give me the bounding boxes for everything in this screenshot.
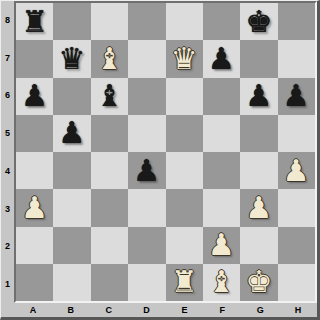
square-f5[interactable] xyxy=(203,115,240,152)
square-h6[interactable]: ♟ xyxy=(278,78,315,115)
file-label-h: H xyxy=(279,303,317,317)
square-d8[interactable] xyxy=(128,3,165,40)
square-e6[interactable] xyxy=(166,78,203,115)
square-b3[interactable] xyxy=(53,189,90,226)
square-a1[interactable] xyxy=(16,264,53,301)
square-a7[interactable] xyxy=(16,40,53,77)
piece-white-pawn[interactable]: ♟ xyxy=(21,193,48,223)
square-a8[interactable]: ♜ xyxy=(16,3,53,40)
square-b8[interactable] xyxy=(53,3,90,40)
square-e1[interactable]: ♜ xyxy=(166,264,203,301)
rank-label-6: 6 xyxy=(1,77,14,115)
square-f7[interactable]: ♟ xyxy=(203,40,240,77)
piece-black-pawn[interactable]: ♟ xyxy=(245,81,272,111)
square-f1[interactable]: ♝ xyxy=(203,264,240,301)
piece-white-rook[interactable]: ♜ xyxy=(171,267,198,297)
square-g1[interactable]: ♚ xyxy=(240,264,277,301)
square-a2[interactable] xyxy=(16,227,53,264)
square-d6[interactable] xyxy=(128,78,165,115)
square-e3[interactable] xyxy=(166,189,203,226)
square-c8[interactable] xyxy=(91,3,128,40)
file-label-d: D xyxy=(128,303,166,317)
square-h2[interactable] xyxy=(278,227,315,264)
square-f6[interactable] xyxy=(203,78,240,115)
square-e5[interactable] xyxy=(166,115,203,152)
square-c3[interactable] xyxy=(91,189,128,226)
square-a4[interactable] xyxy=(16,152,53,189)
chessboard-inner: 87654321 ♜♚♛♝♛♟♟♝♟♟♟♟♟♟♟♟♜♝♚ ABCDEFGH xyxy=(1,1,317,317)
square-h4[interactable]: ♟ xyxy=(278,152,315,189)
square-a6[interactable]: ♟ xyxy=(16,78,53,115)
square-c6[interactable]: ♝ xyxy=(91,78,128,115)
square-g3[interactable]: ♟ xyxy=(240,189,277,226)
rank-label-4: 4 xyxy=(1,152,14,190)
rank-label-7: 7 xyxy=(1,39,14,77)
square-e8[interactable] xyxy=(166,3,203,40)
square-d2[interactable] xyxy=(128,227,165,264)
square-d3[interactable] xyxy=(128,189,165,226)
square-b5[interactable]: ♟ xyxy=(53,115,90,152)
square-c7[interactable]: ♝ xyxy=(91,40,128,77)
file-labels: ABCDEFGH xyxy=(14,303,317,317)
piece-white-king[interactable]: ♚ xyxy=(245,267,272,297)
file-label-b: B xyxy=(52,303,90,317)
piece-white-bishop[interactable]: ♝ xyxy=(96,44,123,74)
square-g6[interactable]: ♟ xyxy=(240,78,277,115)
square-f2[interactable]: ♟ xyxy=(203,227,240,264)
piece-black-pawn[interactable]: ♟ xyxy=(21,81,48,111)
piece-white-bishop[interactable]: ♝ xyxy=(208,267,235,297)
file-label-a: A xyxy=(14,303,52,317)
square-e7[interactable]: ♛ xyxy=(166,40,203,77)
square-b2[interactable] xyxy=(53,227,90,264)
square-d7[interactable] xyxy=(128,40,165,77)
corner-spacer xyxy=(1,303,14,317)
square-g7[interactable] xyxy=(240,40,277,77)
square-b7[interactable]: ♛ xyxy=(53,40,90,77)
rank-label-5: 5 xyxy=(1,114,14,152)
piece-black-pawn[interactable]: ♟ xyxy=(59,118,86,148)
square-h7[interactable] xyxy=(278,40,315,77)
square-e2[interactable] xyxy=(166,227,203,264)
square-b6[interactable] xyxy=(53,78,90,115)
square-a3[interactable]: ♟ xyxy=(16,189,53,226)
piece-white-pawn[interactable]: ♟ xyxy=(245,193,272,223)
piece-black-pawn[interactable]: ♟ xyxy=(208,44,235,74)
square-d1[interactable] xyxy=(128,264,165,301)
piece-white-pawn[interactable]: ♟ xyxy=(208,230,235,260)
rank-label-2: 2 xyxy=(1,228,14,266)
square-g8[interactable]: ♚ xyxy=(240,3,277,40)
rank-label-1: 1 xyxy=(1,265,14,303)
rank-label-3: 3 xyxy=(1,190,14,228)
piece-black-pawn[interactable]: ♟ xyxy=(283,81,310,111)
square-d4[interactable]: ♟ xyxy=(128,152,165,189)
chessboard-bevel: ♜♚♛♝♛♟♟♝♟♟♟♟♟♟♟♟♜♝♚ xyxy=(14,1,317,303)
square-e4[interactable] xyxy=(166,152,203,189)
file-label-g: G xyxy=(241,303,279,317)
square-d5[interactable] xyxy=(128,115,165,152)
square-b4[interactable] xyxy=(53,152,90,189)
piece-black-rook[interactable]: ♜ xyxy=(21,7,48,37)
square-g2[interactable] xyxy=(240,227,277,264)
chessboard-frame: 87654321 ♜♚♛♝♛♟♟♝♟♟♟♟♟♟♟♟♜♝♚ ABCDEFGH xyxy=(0,0,320,320)
square-h5[interactable] xyxy=(278,115,315,152)
file-label-f: F xyxy=(203,303,241,317)
rank-labels: 87654321 xyxy=(1,1,14,303)
piece-white-pawn[interactable]: ♟ xyxy=(283,156,310,186)
square-h1[interactable] xyxy=(278,264,315,301)
square-g4[interactable] xyxy=(240,152,277,189)
square-a5[interactable] xyxy=(16,115,53,152)
square-f4[interactable] xyxy=(203,152,240,189)
square-c5[interactable] xyxy=(91,115,128,152)
piece-black-bishop[interactable]: ♝ xyxy=(96,81,123,111)
square-f8[interactable] xyxy=(203,3,240,40)
square-g5[interactable] xyxy=(240,115,277,152)
piece-black-pawn[interactable]: ♟ xyxy=(133,156,160,186)
square-c4[interactable] xyxy=(91,152,128,189)
file-label-c: C xyxy=(90,303,128,317)
piece-black-queen[interactable]: ♛ xyxy=(59,44,86,74)
piece-white-queen[interactable]: ♛ xyxy=(171,44,198,74)
square-c1[interactable] xyxy=(91,264,128,301)
file-label-e: E xyxy=(166,303,204,317)
square-b1[interactable] xyxy=(53,264,90,301)
square-h3[interactable] xyxy=(278,189,315,226)
piece-black-king[interactable]: ♚ xyxy=(245,7,272,37)
rank-label-8: 8 xyxy=(1,1,14,39)
square-f3[interactable] xyxy=(203,189,240,226)
square-h8[interactable] xyxy=(278,3,315,40)
square-c2[interactable] xyxy=(91,227,128,264)
chessboard: ♜♚♛♝♛♟♟♝♟♟♟♟♟♟♟♟♜♝♚ xyxy=(16,3,315,301)
